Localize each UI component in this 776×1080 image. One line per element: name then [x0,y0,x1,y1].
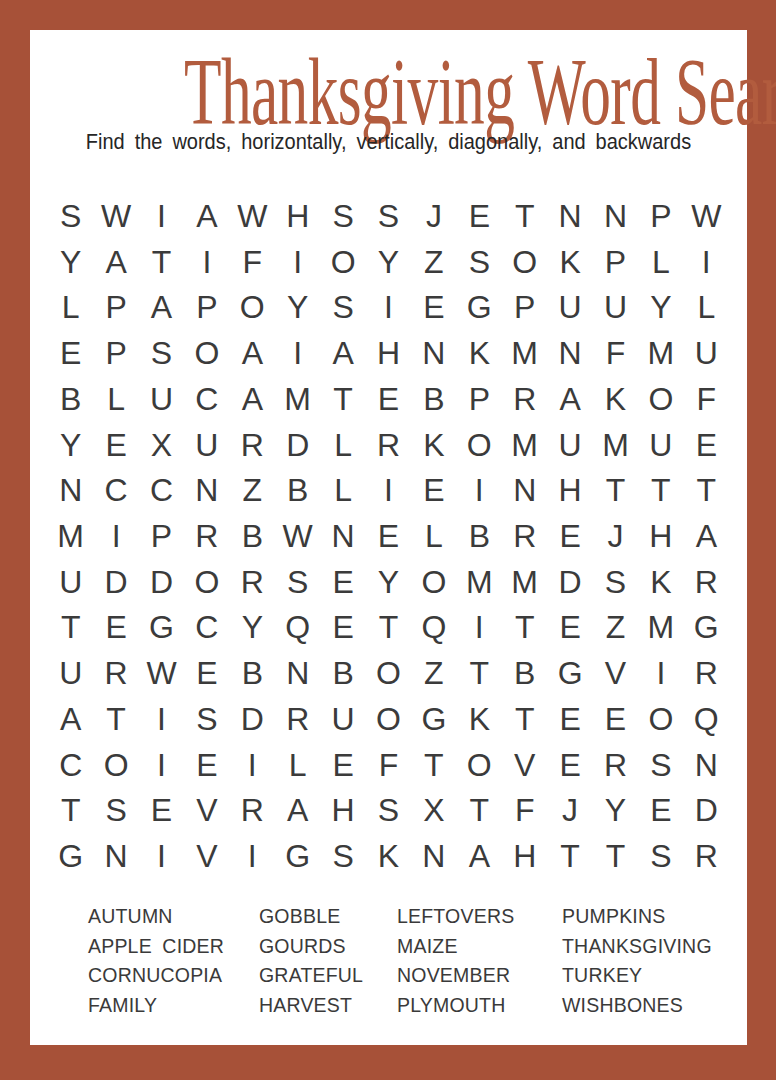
grid-cell[interactable]: B [230,513,275,559]
grid-cell[interactable]: Y [48,422,93,468]
grid-cell[interactable]: R [184,513,229,559]
grid-cell[interactable]: R [502,376,547,422]
grid-cell[interactable]: N [684,742,729,788]
word-list-column: PUMPKINSTHANKSGIVINGTURKEYWISHBONES [562,902,736,1021]
grid-cell[interactable]: S [93,788,138,834]
grid-cell[interactable]: S [48,193,93,239]
grid-cell[interactable]: E [366,513,411,559]
grid-cell[interactable]: U [684,330,729,376]
grid-cell[interactable]: U [48,559,93,605]
grid-cell[interactable]: S [320,833,365,879]
grid-cell[interactable]: T [457,788,502,834]
word-list: AUTUMNAPPLE CIDERCORNUCOPIAFAMILYGOBBLEG… [88,902,736,1021]
grid-cell[interactable]: E [411,284,456,330]
grid-cell[interactable]: R [684,833,729,879]
grid-cell[interactable]: I [184,239,229,285]
grid-cell[interactable]: N [93,833,138,879]
grid-cell[interactable]: S [320,284,365,330]
grid-cell[interactable]: V [593,650,638,696]
word-list-item: CORNUCOPIA [88,961,259,991]
grid-cell[interactable]: D [684,788,729,834]
grid-cell[interactable]: P [93,284,138,330]
grid-cell[interactable]: O [366,696,411,742]
grid-cell[interactable]: P [93,330,138,376]
grid-cell[interactable]: S [593,559,638,605]
grid-cell[interactable]: Y [366,239,411,285]
grid-cell[interactable]: T [366,605,411,651]
word-list-item: MAIZE [397,932,562,962]
grid-cell[interactable]: Z [230,467,275,513]
grid-cell[interactable]: R [230,788,275,834]
grid-cell[interactable]: Z [411,239,456,285]
grid-cell[interactable]: E [320,742,365,788]
grid-cell[interactable]: L [638,239,683,285]
grid-cell[interactable]: F [366,742,411,788]
grid-cell[interactable]: Q [684,696,729,742]
word-list-item: LEFTOVERS [397,902,562,932]
grid-cell[interactable]: Z [593,605,638,651]
grid-cell[interactable]: J [547,788,592,834]
grid-cell[interactable]: W [139,650,184,696]
grid-cell[interactable]: A [48,696,93,742]
grid-cell[interactable]: T [502,193,547,239]
grid-cell[interactable]: S [139,330,184,376]
grid-cell[interactable]: H [366,330,411,376]
grid-cell[interactable]: R [230,422,275,468]
grid-cell[interactable]: Y [48,239,93,285]
grid-cell[interactable]: R [230,559,275,605]
word-list-item: HARVEST [259,991,397,1021]
grid-cell[interactable]: H [320,788,365,834]
grid-cell[interactable]: A [93,239,138,285]
grid-cell[interactable]: W [275,513,320,559]
grid-cell[interactable]: E [547,513,592,559]
grid-cell[interactable]: M [48,513,93,559]
grid-cell[interactable]: F [684,376,729,422]
grid-cell[interactable]: N [547,330,592,376]
grid-cell[interactable]: S [638,742,683,788]
grid-cell[interactable]: I [230,742,275,788]
grid-cell[interactable]: U [48,650,93,696]
word-list-item: PLYMOUTH [397,991,562,1021]
grid-cell[interactable]: G [547,650,592,696]
grid-cell[interactable]: T [139,239,184,285]
grid-cell[interactable]: W [230,193,275,239]
grid-cell[interactable]: L [93,376,138,422]
grid-cell[interactable]: E [457,193,502,239]
grid-cell[interactable]: O [638,696,683,742]
grid-cell[interactable]: L [411,513,456,559]
grid-cell[interactable]: J [593,513,638,559]
word-list-item: GRATEFUL [259,961,397,991]
grid-cell[interactable]: T [593,833,638,879]
grid-cell[interactable]: H [547,467,592,513]
grid-cell[interactable]: S [457,239,502,285]
grid-cell[interactable]: O [93,742,138,788]
grid-cell[interactable]: A [184,193,229,239]
grid-cell[interactable]: O [502,239,547,285]
word-list-item: FAMILY [88,991,259,1021]
grid-cell[interactable]: F [593,330,638,376]
grid-cell[interactable]: N [275,650,320,696]
grid-cell[interactable]: U [547,284,592,330]
grid-cell[interactable]: T [411,742,456,788]
grid-cell[interactable]: O [184,330,229,376]
grid-cell[interactable]: P [184,284,229,330]
grid-cell[interactable]: U [638,422,683,468]
grid-cell[interactable]: Y [275,284,320,330]
grid-cell[interactable]: D [139,559,184,605]
grid-cell[interactable]: A [230,330,275,376]
grid-cell[interactable]: B [411,376,456,422]
grid-cell[interactable]: A [139,284,184,330]
grid-cell[interactable]: N [411,330,456,376]
grid-cell[interactable]: E [139,788,184,834]
word-list-item: WISHBONES [562,991,736,1021]
grid-cell[interactable]: P [139,513,184,559]
grid-cell[interactable]: D [275,422,320,468]
grid-cell[interactable]: I [93,513,138,559]
grid-cell[interactable]: H [638,513,683,559]
grid-cell[interactable]: I [684,239,729,285]
grid-cell[interactable]: C [184,376,229,422]
grid-cell[interactable]: E [638,788,683,834]
word-list-item: AUTUMN [88,902,259,932]
grid-cell[interactable]: Y [366,559,411,605]
grid-cell[interactable]: E [320,605,365,651]
grid-cell[interactable]: I [139,696,184,742]
puzzle-subtitle: Find the words, horizontally, vertically… [0,129,776,157]
grid-cell[interactable]: I [366,467,411,513]
grid-cell[interactable]: T [502,605,547,651]
grid-cell[interactable]: V [502,742,547,788]
grid-cell[interactable]: G [275,833,320,879]
grid-cell[interactable]: N [502,467,547,513]
grid-cell[interactable]: M [502,422,547,468]
grid-cell[interactable]: X [411,788,456,834]
grid-cell[interactable]: T [457,650,502,696]
grid-cell[interactable]: E [684,422,729,468]
grid-cell[interactable]: G [48,833,93,879]
word-list-item: TURKEY [562,961,736,991]
grid-cell[interactable]: K [593,376,638,422]
grid-cell[interactable]: O [638,376,683,422]
grid-cell[interactable]: G [139,605,184,651]
word-list-item: THANKSGIVING [562,932,736,962]
grid-cell[interactable]: R [502,513,547,559]
grid-cell[interactable]: Q [275,605,320,651]
grid-cell[interactable]: B [502,650,547,696]
grid-cell[interactable]: O [320,239,365,285]
grid-cell[interactable]: Y [638,284,683,330]
grid-cell[interactable]: N [184,467,229,513]
grid-cell[interactable]: O [230,284,275,330]
grid-cell[interactable]: W [684,193,729,239]
grid-cell[interactable]: K [457,330,502,376]
word-list-column: GOBBLEGOURDSGRATEFULHARVEST [259,902,397,1021]
grid-cell[interactable]: Y [230,605,275,651]
grid-cell[interactable]: U [139,376,184,422]
grid-cell[interactable]: G [684,605,729,651]
grid-cell[interactable]: V [184,833,229,879]
grid-cell[interactable]: T [593,467,638,513]
grid-cell[interactable]: R [275,696,320,742]
grid-cell[interactable]: K [457,696,502,742]
grid-cell[interactable]: M [638,330,683,376]
grid-cell[interactable]: E [184,650,229,696]
grid-cell[interactable]: A [684,513,729,559]
grid-cell[interactable]: T [48,788,93,834]
grid-cell[interactable]: O [411,559,456,605]
grid-cell[interactable]: O [366,650,411,696]
grid-cell[interactable]: K [411,422,456,468]
grid-cell[interactable]: K [366,833,411,879]
grid-cell[interactable]: T [547,833,592,879]
grid-cell[interactable]: Q [411,605,456,651]
grid-cell[interactable]: I [230,833,275,879]
grid-cell[interactable]: J [411,193,456,239]
grid-cell[interactable]: B [457,513,502,559]
grid-cell[interactable]: M [638,605,683,651]
grid-cell[interactable]: H [275,193,320,239]
word-list-item: GOURDS [259,932,397,962]
grid-cell[interactable]: O [184,559,229,605]
grid-cell[interactable]: N [593,193,638,239]
grid-cell[interactable]: U [184,422,229,468]
grid-cell[interactable]: U [320,696,365,742]
grid-cell[interactable]: M [502,330,547,376]
grid-cell[interactable]: C [139,467,184,513]
grid-cell[interactable]: S [184,696,229,742]
grid-cell[interactable]: O [457,422,502,468]
grid-cell[interactable]: C [48,742,93,788]
grid-cell[interactable]: E [593,696,638,742]
grid-cell[interactable]: T [502,696,547,742]
word-list-item: PUMPKINS [562,902,736,932]
grid-cell[interactable]: L [48,284,93,330]
grid-cell[interactable]: C [93,467,138,513]
word-list-column: AUTUMNAPPLE CIDERCORNUCOPIAFAMILY [88,902,259,1021]
grid-cell[interactable]: M [457,559,502,605]
grid-cell[interactable]: F [230,239,275,285]
grid-cell[interactable]: E [547,605,592,651]
grid-cell[interactable]: A [457,833,502,879]
grid-cell[interactable]: B [48,376,93,422]
grid-cell[interactable]: A [230,376,275,422]
grid-cell[interactable]: U [593,284,638,330]
grid-cell[interactable]: E [411,467,456,513]
puzzle-subtitle-text: Find the words, horizontally, vertically… [85,129,690,155]
grid-cell[interactable]: R [684,650,729,696]
grid-cell[interactable]: M [593,422,638,468]
grid-cell[interactable]: U [547,422,592,468]
grid-cell[interactable]: P [457,376,502,422]
grid-cell[interactable]: S [275,559,320,605]
puzzle-title-text: Thanksgiving Word Search [184,42,776,142]
grid-cell[interactable]: S [638,833,683,879]
grid-cell[interactable]: E [184,742,229,788]
grid-cell[interactable]: P [593,239,638,285]
word-list-column: LEFTOVERSMAIZENOVEMBERPLYMOUTH [397,902,562,1021]
grid-cell[interactable]: D [93,559,138,605]
grid-cell[interactable]: I [139,193,184,239]
grid-cell[interactable]: O [457,742,502,788]
grid-cell[interactable]: I [366,284,411,330]
grid-cell[interactable]: E [547,696,592,742]
grid-cell[interactable]: L [684,284,729,330]
grid-cell[interactable]: E [93,422,138,468]
grid-cell[interactable]: T [48,605,93,651]
grid-cell[interactable]: B [230,650,275,696]
grid-cell[interactable]: R [366,422,411,468]
grid-cell[interactable]: L [320,422,365,468]
grid-cell[interactable]: V [184,788,229,834]
grid-cell[interactable]: F [502,788,547,834]
grid-cell[interactable]: I [139,742,184,788]
grid-cell[interactable]: E [48,330,93,376]
grid-cell[interactable]: P [638,193,683,239]
grid-cell[interactable]: S [320,193,365,239]
grid-cell[interactable]: I [457,605,502,651]
grid-cell[interactable]: N [48,467,93,513]
grid-cell[interactable]: P [502,284,547,330]
grid-cell[interactable]: N [547,193,592,239]
grid-cell[interactable]: I [275,330,320,376]
grid-cell[interactable]: T [93,696,138,742]
grid-cell[interactable]: E [366,376,411,422]
grid-cell[interactable]: K [547,239,592,285]
grid-cell[interactable]: H [502,833,547,879]
letter-grid: SWIAWHSSJETNNPWYATIFIOYZSOKPLILPAPOYSIEG… [48,193,729,879]
grid-cell[interactable]: A [547,376,592,422]
grid-cell[interactable]: E [547,742,592,788]
grid-cell[interactable]: E [93,605,138,651]
grid-cell[interactable]: T [320,376,365,422]
grid-cell[interactable]: A [320,330,365,376]
grid-cell[interactable]: N [411,833,456,879]
grid-cell[interactable]: G [457,284,502,330]
grid-cell[interactable]: S [366,788,411,834]
grid-cell[interactable]: A [275,788,320,834]
grid-cell[interactable]: I [139,833,184,879]
grid-cell[interactable]: R [93,650,138,696]
grid-cell[interactable]: D [547,559,592,605]
grid-cell[interactable]: L [320,467,365,513]
word-list-item: NOVEMBER [397,961,562,991]
grid-cell[interactable]: N [320,513,365,559]
word-search-page: Thanksgiving Word Search Find the words,… [0,0,776,1080]
grid-cell[interactable]: T [638,467,683,513]
grid-cell[interactable]: W [93,193,138,239]
grid-cell[interactable]: S [366,193,411,239]
grid-cell[interactable]: Z [411,650,456,696]
grid-cell[interactable]: C [184,605,229,651]
grid-cell[interactable]: B [275,467,320,513]
grid-cell[interactable]: R [593,742,638,788]
grid-cell[interactable]: I [638,650,683,696]
grid-cell[interactable]: I [275,239,320,285]
grid-cell[interactable]: E [320,559,365,605]
grid-cell[interactable]: D [230,696,275,742]
grid-cell[interactable]: K [638,559,683,605]
grid-cell[interactable]: R [684,559,729,605]
grid-cell[interactable]: L [275,742,320,788]
grid-cell[interactable]: X [139,422,184,468]
grid-cell[interactable]: I [457,467,502,513]
grid-cell[interactable]: B [320,650,365,696]
grid-cell[interactable]: Y [593,788,638,834]
word-list-item: GOBBLE [259,902,397,932]
grid-cell[interactable]: T [684,467,729,513]
word-list-item: APPLE CIDER [88,932,259,962]
grid-cell[interactable]: M [275,376,320,422]
grid-cell[interactable]: G [411,696,456,742]
grid-cell[interactable]: M [502,559,547,605]
